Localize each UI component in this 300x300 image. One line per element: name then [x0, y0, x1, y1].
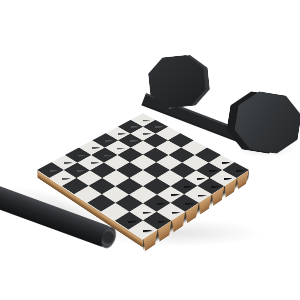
piece-top-cap — [136, 216, 150, 223]
piece-top-cap — [204, 173, 217, 180]
piece-top-cap — [177, 173, 190, 180]
piece-top-cap — [178, 189, 192, 196]
piece-top-cap — [122, 207, 136, 214]
piece-top-cap — [217, 165, 230, 172]
piece-top-cap — [191, 181, 205, 188]
piece-top-cap — [164, 181, 178, 188]
piece-top-cap — [190, 165, 203, 172]
piece-white-pawn[interactable] — [52, 165, 72, 180]
scene — [0, 0, 300, 300]
piece-black-rook[interactable] — [132, 216, 154, 232]
case-end-cap-left — [149, 56, 205, 107]
piece-top-cap — [56, 165, 69, 172]
case-end-cap-right — [233, 93, 297, 152]
piece-top-cap — [150, 207, 164, 214]
piece-top-cap — [136, 198, 150, 205]
piece-top-cap — [150, 189, 164, 196]
piece-top-cap — [164, 198, 178, 205]
